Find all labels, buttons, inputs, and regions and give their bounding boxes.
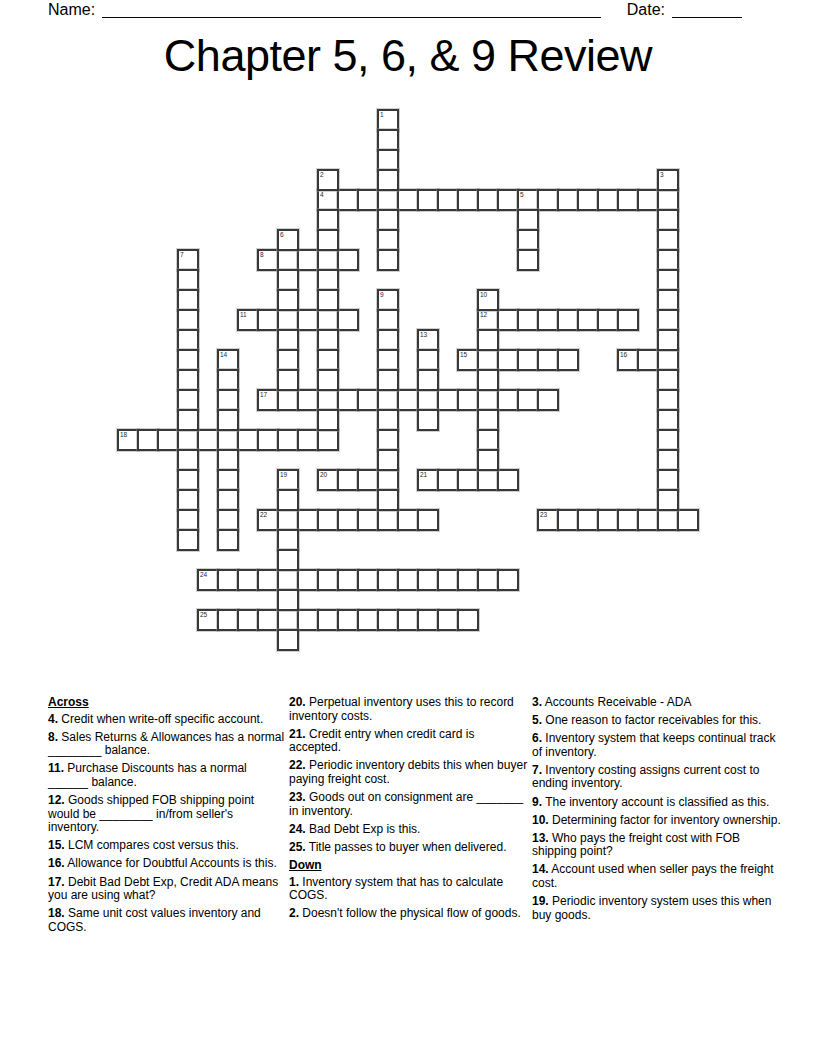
crossword-cell[interactable]: 13	[417, 329, 439, 351]
crossword-cell[interactable]: 18	[117, 429, 139, 451]
crossword-cell[interactable]	[317, 609, 339, 631]
clues-section-header-across: Across	[48, 696, 285, 710]
crossword-cell[interactable]	[477, 329, 499, 351]
crossword-cell[interactable]	[377, 409, 399, 431]
crossword-cell[interactable]	[297, 249, 319, 271]
crossword-cell[interactable]	[177, 509, 199, 531]
crossword-cell[interactable]	[497, 349, 519, 371]
crossword-cell[interactable]	[537, 349, 559, 371]
crossword-cell[interactable]	[577, 189, 599, 211]
clue-column-middle: 20. Perpetual inventory uses this to rec…	[289, 696, 529, 925]
clue-number: 14	[220, 351, 227, 358]
crossword-cell[interactable]	[177, 409, 199, 431]
clue-across-22: 22. Periodic inventory debits this when …	[289, 759, 529, 786]
crossword-cell[interactable]	[357, 469, 379, 491]
crossword-cell[interactable]	[377, 509, 399, 531]
crossword-cell[interactable]	[557, 309, 579, 331]
crossword-cell[interactable]	[497, 189, 519, 211]
crossword-cell[interactable]	[657, 509, 679, 531]
clue-down-1: 1. Inventory system that has to calculat…	[289, 876, 529, 903]
crossword-cell[interactable]	[377, 129, 399, 151]
clue-down-9: 9. The inventory account is classified a…	[532, 796, 784, 810]
crossword-cell[interactable]	[497, 569, 519, 591]
clue-across-16: 16. Allowance for Doubtful Accounts is t…	[48, 857, 285, 871]
crossword-cell[interactable]	[177, 449, 199, 471]
crossword-cell[interactable]	[477, 389, 499, 411]
clue-column-left: Across4. Credit when write-off specific …	[48, 696, 285, 939]
clue-number: 6	[280, 231, 283, 238]
crossword-cell[interactable]	[277, 569, 299, 591]
crossword-cell[interactable]	[577, 509, 599, 531]
clue-number: 16	[620, 351, 627, 358]
crossword-cell[interactable]	[317, 289, 339, 311]
clue-number: 21	[420, 471, 427, 478]
crossword-cell[interactable]	[597, 509, 619, 531]
crossword-cell[interactable]	[597, 309, 619, 331]
clue-down-19: 19. Periodic inventory system uses this …	[532, 895, 784, 922]
crossword-cell[interactable]	[177, 289, 199, 311]
crossword-cell[interactable]	[297, 569, 319, 591]
crossword-cell[interactable]	[477, 349, 499, 371]
crossword-cell[interactable]	[557, 349, 579, 371]
crossword-cell[interactable]	[357, 569, 379, 591]
crossword-cell[interactable]	[217, 609, 239, 631]
crossword-cell[interactable]	[297, 429, 319, 451]
crossword-cell[interactable]	[657, 289, 679, 311]
clue-number: 11	[240, 311, 246, 318]
clue-across-15: 15. LCM compares cost versus this.	[48, 839, 285, 853]
crossword-cell[interactable]	[457, 609, 479, 631]
crossword-cell[interactable]	[657, 269, 679, 291]
crossword-cell[interactable]	[477, 469, 499, 491]
crossword-cell[interactable]	[277, 529, 299, 551]
clue-across-24: 24. Bad Debt Exp is this.	[289, 823, 529, 837]
crossword-cell[interactable]: 14	[217, 349, 239, 371]
crossword-cell[interactable]	[177, 309, 199, 331]
clue-down-14: 14. Account used when seller pays the fr…	[532, 863, 784, 890]
crossword-cell[interactable]	[157, 429, 179, 451]
crossword-cell[interactable]	[177, 269, 199, 291]
crossword-cell[interactable]	[317, 249, 339, 271]
crossword-cell[interactable]	[377, 169, 399, 191]
crossword-cell[interactable]	[657, 249, 679, 271]
clue-number: 24	[200, 571, 207, 578]
crossword-cell[interactable]: 12	[477, 309, 499, 331]
crossword-cell[interactable]	[397, 569, 419, 591]
crossword-cell[interactable]	[617, 509, 639, 531]
clue-number: 23	[540, 511, 547, 518]
crossword-cell[interactable]	[257, 429, 279, 451]
crossword-cell[interactable]	[617, 189, 639, 211]
crossword-cell[interactable]	[517, 249, 539, 271]
crossword-cell[interactable]	[377, 229, 399, 251]
crossword-cell[interactable]	[377, 369, 399, 391]
clue-number: 9	[380, 291, 383, 298]
crossword-cell[interactable]	[177, 489, 199, 511]
crossword-cell[interactable]	[177, 429, 199, 451]
crossword-cell[interactable]: 7	[177, 249, 199, 271]
crossword-cell[interactable]	[597, 189, 619, 211]
crossword-cell[interactable]	[457, 569, 479, 591]
crossword-cell[interactable]	[237, 569, 259, 591]
clue-across-23: 23. Goods out on consignment are _______…	[289, 791, 529, 818]
crossword-cell[interactable]	[497, 309, 519, 331]
crossword-cell[interactable]	[517, 389, 539, 411]
crossword-cell[interactable]	[177, 469, 199, 491]
crossword-cell[interactable]	[297, 309, 319, 331]
crossword-cell[interactable]	[417, 369, 439, 391]
crossword-cell[interactable]	[437, 609, 459, 631]
crossword-cell[interactable]	[337, 389, 359, 411]
crossword-cell[interactable]	[217, 509, 239, 531]
clue-across-17: 17. Debit Bad Debt Exp, Credit ADA means…	[48, 876, 285, 903]
crossword-cell[interactable]	[657, 449, 679, 471]
crossword-cell[interactable]	[477, 189, 499, 211]
crossword-cell[interactable]: 25	[197, 609, 219, 631]
crossword-cell[interactable]	[417, 349, 439, 371]
clue-number: 1	[380, 111, 383, 118]
clue-down-7: 7. Inventory costing assigns current cos…	[532, 764, 784, 791]
crossword-cell[interactable]	[337, 609, 359, 631]
crossword-cell[interactable]	[417, 409, 439, 431]
crossword-cell[interactable]: 2	[317, 169, 339, 191]
crossword-cell[interactable]	[657, 329, 679, 351]
crossword-cell[interactable]	[477, 369, 499, 391]
clue-number: 19	[280, 471, 287, 478]
crossword-cell[interactable]	[277, 349, 299, 371]
crossword-cell[interactable]	[417, 389, 439, 411]
crossword-cell[interactable]	[277, 629, 299, 651]
crossword-cell[interactable]	[557, 189, 579, 211]
crossword-cell[interactable]	[657, 189, 679, 211]
crossword-cell[interactable]	[477, 569, 499, 591]
crossword-cell[interactable]	[657, 489, 679, 511]
crossword-cell[interactable]	[617, 309, 639, 331]
clue-number: 15	[460, 351, 467, 358]
name-label: Name:	[48, 1, 95, 20]
crossword-cell[interactable]	[177, 329, 199, 351]
crossword-cell[interactable]	[337, 469, 359, 491]
clue-down-3: 3. Accounts Receivable - ADA	[532, 696, 784, 710]
clue-number: 5	[520, 191, 523, 198]
crossword-cell[interactable]	[377, 349, 399, 371]
clue-across-11: 11. Purchase Discounts has a normal ____…	[48, 762, 285, 789]
crossword-cell[interactable]	[377, 489, 399, 511]
crossword-cell[interactable]	[297, 509, 319, 531]
crossword-cell[interactable]	[537, 389, 559, 411]
crossword-cell[interactable]	[357, 509, 379, 531]
crossword-cell[interactable]	[317, 209, 339, 231]
clue-down-13: 13. Who pays the freight cost with FOB s…	[532, 832, 784, 859]
crossword-cell[interactable]	[437, 389, 459, 411]
crossword-cell[interactable]	[357, 389, 379, 411]
crossword-cell[interactable]	[517, 349, 539, 371]
clue-down-5: 5. One reason to factor receivables for …	[532, 714, 784, 728]
clue-across-21: 21. Credit entry when credit card is acc…	[289, 728, 529, 755]
crossword-cell[interactable]	[637, 509, 659, 531]
crossword-cell[interactable]	[217, 409, 239, 431]
crossword-cell[interactable]: 15	[457, 349, 479, 371]
crossword-cell[interactable]	[377, 569, 399, 591]
crossword-cell[interactable]	[337, 309, 359, 331]
crossword-cell[interactable]	[217, 449, 239, 471]
crossword-cell[interactable]	[317, 429, 339, 451]
crossword-cell[interactable]	[257, 569, 279, 591]
clue-number: 18	[120, 431, 127, 438]
clue-number: 7	[180, 251, 183, 258]
crossword-cell[interactable]	[517, 309, 539, 331]
crossword-cell[interactable]	[497, 469, 519, 491]
crossword-cell[interactable]	[337, 509, 359, 531]
crossword-cell[interactable]	[317, 269, 339, 291]
date-blank-line[interactable]	[672, 2, 742, 18]
crossword-cell[interactable]	[357, 189, 379, 211]
crossword-cell[interactable]	[577, 309, 599, 331]
crossword-cell[interactable]	[557, 509, 579, 531]
crossword-cell[interactable]	[317, 409, 339, 431]
crossword-cell[interactable]	[657, 409, 679, 431]
crossword-cell[interactable]	[237, 429, 259, 451]
crossword-cell[interactable]	[377, 309, 399, 331]
clue-number: 20	[320, 471, 327, 478]
crossword-cell[interactable]: 3	[657, 169, 679, 191]
crossword-cell[interactable]: 17	[257, 389, 279, 411]
crossword-cell[interactable]	[277, 589, 299, 611]
crossword-cell[interactable]	[417, 509, 439, 531]
crossword-cell[interactable]	[317, 389, 339, 411]
crossword-cell[interactable]	[397, 189, 419, 211]
crossword-cell[interactable]	[217, 469, 239, 491]
crossword-cell[interactable]	[377, 329, 399, 351]
clue-number: 17	[260, 391, 267, 398]
crossword-cell[interactable]	[277, 609, 299, 631]
crossword-cell[interactable]: 6	[277, 229, 299, 251]
clue-across-8: 8. Sales Returns & Allowances has a norm…	[48, 731, 285, 758]
crossword-cell[interactable]	[657, 349, 679, 371]
crossword-cell[interactable]	[637, 189, 659, 211]
crossword-cell[interactable]	[277, 509, 299, 531]
date-label: Date:	[627, 1, 665, 20]
clue-across-20: 20. Perpetual inventory uses this to rec…	[289, 696, 529, 723]
crossword-cell[interactable]	[657, 469, 679, 491]
clue-column-right: 3. Accounts Receivable - ADA5. One reaso…	[532, 696, 784, 927]
clue-number: 4	[320, 191, 323, 198]
crossword-cell[interactable]	[377, 449, 399, 471]
crossword-cell[interactable]: 22	[257, 509, 279, 531]
crossword-cell[interactable]: 24	[197, 569, 219, 591]
crossword-cell[interactable]	[277, 269, 299, 291]
crossword-cell[interactable]	[297, 389, 319, 411]
crossword-cell[interactable]: 16	[617, 349, 639, 371]
crossword-cell[interactable]	[437, 569, 459, 591]
crossword-cell[interactable]	[297, 609, 319, 631]
crossword-cell[interactable]	[417, 609, 439, 631]
crossword-cell[interactable]	[537, 309, 559, 331]
clue-across-18: 18. Same unit cost values inventory and …	[48, 907, 285, 934]
crossword-cell[interactable]	[477, 409, 499, 431]
crossword-cell[interactable]	[377, 149, 399, 171]
page-title: Chapter 5, 6, & 9 Review	[0, 30, 816, 82]
crossword-cell[interactable]	[337, 569, 359, 591]
crossword-cell[interactable]	[217, 369, 239, 391]
crossword-cell[interactable]: 4	[317, 189, 339, 211]
name-blank-line[interactable]	[102, 2, 601, 18]
crossword-cell[interactable]	[477, 429, 499, 451]
crossword-cell[interactable]: 19	[277, 469, 299, 491]
crossword-cell[interactable]	[177, 349, 199, 371]
clue-down-6: 6. Inventory system that keeps continual…	[532, 732, 784, 759]
clue-number: 25	[200, 611, 207, 618]
clue-number: 3	[660, 171, 663, 178]
clue-number: 12	[480, 311, 487, 318]
crossword-cell[interactable]	[177, 529, 199, 551]
crossword-cell[interactable]	[277, 249, 299, 271]
crossword-cell[interactable]	[177, 369, 199, 391]
crossword-cell[interactable]	[377, 209, 399, 231]
crossword-cell[interactable]	[497, 389, 519, 411]
name-date-row: Name: Date:	[0, 1, 816, 20]
clue-number: 8	[260, 251, 263, 258]
crossword-cell[interactable]	[477, 449, 499, 471]
crossword-cell[interactable]	[657, 369, 679, 391]
crossword-cell[interactable]	[517, 229, 539, 251]
crossword-cell[interactable]: 10	[477, 289, 499, 311]
crossword-cell[interactable]	[217, 489, 239, 511]
crossword-cell[interactable]	[417, 189, 439, 211]
crossword-cell[interactable]	[317, 229, 339, 251]
crossword-cell[interactable]	[457, 389, 479, 411]
crossword-cell[interactable]	[657, 389, 679, 411]
worksheet-page: Name: Date: Chapter 5, 6, & 9 Review 458…	[0, 0, 816, 1056]
crossword-cell[interactable]	[217, 429, 239, 451]
crossword-cell[interactable]	[257, 609, 279, 631]
clue-number: 22	[260, 511, 267, 518]
clue-across-25: 25. Title passes to buyer when delivered…	[289, 841, 529, 855]
crossword-cell[interactable]	[397, 389, 419, 411]
crossword-cell[interactable]: 1	[377, 109, 399, 131]
crossword-cell[interactable]	[317, 569, 339, 591]
crossword-cell[interactable]	[337, 189, 359, 211]
crossword-cell[interactable]: 8	[257, 249, 279, 271]
crossword-cell[interactable]	[437, 469, 459, 491]
crossword-cell[interactable]	[317, 309, 339, 331]
crossword-cell[interactable]: 20	[317, 469, 339, 491]
crossword-cell[interactable]	[397, 509, 419, 531]
crossword-cell[interactable]	[277, 309, 299, 331]
clues-section-header-down: Down	[289, 859, 529, 873]
crossword-cell[interactable]	[397, 609, 419, 631]
crossword-cell[interactable]	[257, 309, 279, 331]
crossword-cell[interactable]	[457, 469, 479, 491]
crossword-cell[interactable]	[317, 329, 339, 351]
crossword-cell[interactable]: 23	[537, 509, 559, 531]
crossword-cell[interactable]	[277, 369, 299, 391]
crossword-cell[interactable]	[277, 389, 299, 411]
crossword-cell[interactable]	[637, 349, 659, 371]
crossword-cell[interactable]	[457, 189, 479, 211]
clue-number: 10	[480, 291, 487, 298]
crossword-cell[interactable]	[377, 389, 399, 411]
crossword-cell[interactable]	[217, 569, 239, 591]
crossword-grid: 4581112151617182021222324251236791013141…	[117, 109, 701, 653]
crossword-cell[interactable]	[317, 349, 339, 371]
crossword-cell[interactable]	[357, 609, 379, 631]
crossword-cell[interactable]	[677, 509, 699, 531]
crossword-cell[interactable]	[217, 389, 239, 411]
clue-down-10: 10. Determining factor for inventory own…	[532, 814, 784, 828]
crossword-cell[interactable]	[137, 429, 159, 451]
crossword-cell[interactable]	[277, 329, 299, 351]
crossword-cell[interactable]	[217, 529, 239, 551]
crossword-cell[interactable]	[177, 389, 199, 411]
crossword-cell[interactable]	[657, 429, 679, 451]
crossword-cell[interactable]	[417, 569, 439, 591]
crossword-cell[interactable]	[337, 249, 359, 271]
crossword-cell[interactable]	[377, 609, 399, 631]
crossword-cell[interactable]: 11	[237, 309, 259, 331]
crossword-cell[interactable]	[197, 429, 219, 451]
crossword-cell[interactable]	[657, 229, 679, 251]
crossword-cell[interactable]	[277, 429, 299, 451]
crossword-cell[interactable]	[657, 309, 679, 331]
crossword-cell[interactable]	[277, 549, 299, 571]
crossword-cell[interactable]	[277, 289, 299, 311]
crossword-cell[interactable]	[377, 249, 399, 271]
crossword-cell[interactable]: 21	[417, 469, 439, 491]
clue-down-2: 2. Doesn't follow the physical flow of g…	[289, 907, 529, 921]
crossword-cell[interactable]: 9	[377, 289, 399, 311]
crossword-cell[interactable]	[277, 489, 299, 511]
clue-across-4: 4. Credit when write-off specific accoun…	[48, 713, 285, 727]
clue-number: 2	[320, 171, 323, 178]
crossword-cell[interactable]	[377, 469, 399, 491]
crossword-cell[interactable]	[517, 209, 539, 231]
clue-across-12: 12. Goods shipped FOB shipping point wou…	[48, 794, 285, 835]
crossword-cell[interactable]	[317, 509, 339, 531]
crossword-cell[interactable]	[657, 209, 679, 231]
crossword-cell[interactable]	[237, 609, 259, 631]
crossword-cell[interactable]: 5	[517, 189, 539, 211]
crossword-cell[interactable]	[377, 429, 399, 451]
crossword-cell[interactable]	[437, 189, 459, 211]
clue-number: 13	[420, 331, 427, 338]
crossword-cell[interactable]	[377, 189, 399, 211]
crossword-cell[interactable]	[317, 369, 339, 391]
crossword-cell[interactable]	[537, 189, 559, 211]
